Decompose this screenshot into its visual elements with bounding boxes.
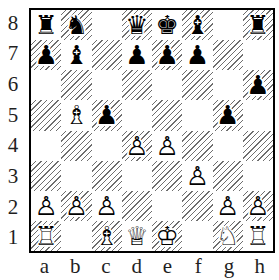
piece-glyph: ♙ (152, 131, 182, 161)
piece-black-pawn[interactable]: ♟♟ (92, 100, 122, 130)
square-d2[interactable] (122, 191, 152, 221)
file-label-g: g (214, 254, 245, 278)
piece-black-knight[interactable]: ♞♞ (61, 10, 91, 40)
square-e1[interactable]: ♚♔ (152, 221, 182, 251)
square-g4[interactable] (213, 131, 243, 161)
file-label-c: c (91, 254, 122, 278)
square-g7[interactable] (213, 40, 243, 70)
square-h2[interactable]: ♟♙ (243, 191, 273, 221)
piece-glyph: ♚ (152, 10, 182, 40)
piece-white-king[interactable]: ♚♔ (152, 221, 182, 251)
piece-white-queen[interactable]: ♛♕ (122, 221, 152, 251)
piece-glyph: ♟ (213, 100, 243, 130)
square-e5[interactable] (152, 100, 182, 130)
piece-glyph: ♗ (61, 100, 91, 130)
square-b6[interactable] (61, 70, 91, 100)
square-g6[interactable] (213, 70, 243, 100)
piece-glyph: ♟ (152, 40, 182, 70)
square-c1[interactable]: ♝♗ (92, 221, 122, 251)
piece-glyph: ♛ (122, 10, 152, 40)
piece-black-pawn[interactable]: ♟♟ (182, 40, 212, 70)
piece-glyph: ♝ (182, 10, 212, 40)
square-c7[interactable] (92, 40, 122, 70)
file-labels: abcdefgh (29, 254, 275, 278)
piece-glyph: ♕ (122, 221, 152, 251)
piece-glyph: ♙ (243, 191, 273, 221)
square-f4[interactable] (182, 131, 212, 161)
piece-black-queen[interactable]: ♛♛ (122, 10, 152, 40)
square-b4[interactable] (61, 131, 91, 161)
square-a4[interactable] (31, 131, 61, 161)
piece-glyph: ♟ (92, 100, 122, 130)
piece-glyph: ♙ (61, 191, 91, 221)
square-e2[interactable] (152, 191, 182, 221)
piece-black-pawn[interactable]: ♟♟ (31, 40, 61, 70)
piece-black-pawn[interactable]: ♟♟ (122, 40, 152, 70)
file-label-b: b (60, 254, 91, 278)
piece-black-pawn[interactable]: ♟♟ (243, 70, 273, 100)
square-h1[interactable]: ♜♖ (243, 221, 273, 251)
piece-white-pawn[interactable]: ♟♙ (122, 131, 152, 161)
square-h4[interactable] (243, 131, 273, 161)
square-a2[interactable]: ♟♙ (31, 191, 61, 221)
square-a3[interactable] (31, 161, 61, 191)
rank-label-8: 8 (0, 8, 26, 39)
square-a1[interactable]: ♜♖ (31, 221, 61, 251)
square-c3[interactable] (92, 161, 122, 191)
square-d6[interactable] (122, 70, 152, 100)
square-d5[interactable] (122, 100, 152, 130)
piece-glyph: ♜ (243, 10, 273, 40)
piece-black-rook[interactable]: ♜♜ (31, 10, 61, 40)
square-h8[interactable]: ♜♜ (243, 10, 273, 40)
square-g1[interactable]: ♞♘ (213, 221, 243, 251)
piece-white-pawn[interactable]: ♟♙ (61, 191, 91, 221)
square-h5[interactable] (243, 100, 273, 130)
piece-glyph: ♖ (31, 221, 61, 251)
square-c5[interactable]: ♟♟ (92, 100, 122, 130)
square-f5[interactable] (182, 100, 212, 130)
rank-labels: 87654321 (0, 8, 26, 253)
piece-glyph: ♟ (31, 40, 61, 70)
square-f3[interactable]: ♟♙ (182, 161, 212, 191)
square-c4[interactable] (92, 131, 122, 161)
piece-glyph: ♘ (213, 221, 243, 251)
file-label-h: h (244, 254, 275, 278)
piece-white-bishop[interactable]: ♝♗ (92, 221, 122, 251)
piece-white-pawn[interactable]: ♟♙ (92, 191, 122, 221)
piece-white-pawn[interactable]: ♟♙ (152, 131, 182, 161)
square-e7[interactable]: ♟♟ (152, 40, 182, 70)
piece-glyph: ♜ (31, 10, 61, 40)
square-d3[interactable] (122, 161, 152, 191)
square-c2[interactable]: ♟♙ (92, 191, 122, 221)
chess-diagram: 87654321 ♜♜♞♞♛♛♚♚♝♝♜♜♟♟♝♝♟♟♟♟♟♟♟♟♝♗♟♟♟♟♟… (0, 0, 279, 280)
rank-label-2: 2 (0, 192, 26, 223)
piece-black-bishop[interactable]: ♝♝ (61, 40, 91, 70)
square-b8[interactable]: ♞♞ (61, 10, 91, 40)
square-d1[interactable]: ♛♕ (122, 221, 152, 251)
square-h6[interactable]: ♟♟ (243, 70, 273, 100)
square-b1[interactable] (61, 221, 91, 251)
square-f6[interactable] (182, 70, 212, 100)
square-b3[interactable] (61, 161, 91, 191)
rank-label-7: 7 (0, 39, 26, 70)
square-f2[interactable] (182, 191, 212, 221)
file-label-a: a (29, 254, 60, 278)
piece-glyph: ♟ (243, 70, 273, 100)
piece-glyph: ♖ (243, 221, 273, 251)
piece-white-rook[interactable]: ♜♖ (31, 221, 61, 251)
piece-white-pawn[interactable]: ♟♙ (182, 161, 212, 191)
square-h3[interactable] (243, 161, 273, 191)
file-label-e: e (152, 254, 183, 278)
square-g2[interactable]: ♟♙ (213, 191, 243, 221)
piece-white-pawn[interactable]: ♟♙ (213, 191, 243, 221)
piece-white-knight[interactable]: ♞♘ (213, 221, 243, 251)
piece-white-pawn[interactable]: ♟♙ (243, 191, 273, 221)
piece-glyph: ♝ (61, 40, 91, 70)
piece-black-pawn[interactable]: ♟♟ (152, 40, 182, 70)
square-d4[interactable]: ♟♙ (122, 131, 152, 161)
square-f8[interactable]: ♝♝ (182, 10, 212, 40)
square-d7[interactable]: ♟♟ (122, 40, 152, 70)
file-label-d: d (121, 254, 152, 278)
piece-glyph: ♟ (182, 40, 212, 70)
square-b7[interactable]: ♝♝ (61, 40, 91, 70)
rank-label-5: 5 (0, 100, 26, 131)
rank-label-4: 4 (0, 131, 26, 162)
square-b5[interactable]: ♝♗ (61, 100, 91, 130)
square-e6[interactable] (152, 70, 182, 100)
square-g5[interactable]: ♟♟ (213, 100, 243, 130)
square-a6[interactable] (31, 70, 61, 100)
piece-white-bishop[interactable]: ♝♗ (61, 100, 91, 130)
square-c8[interactable] (92, 10, 122, 40)
piece-white-rook[interactable]: ♜♖ (243, 221, 273, 251)
piece-glyph: ♞ (61, 10, 91, 40)
square-f7[interactable]: ♟♟ (182, 40, 212, 70)
square-d8[interactable]: ♛♛ (122, 10, 152, 40)
piece-glyph: ♙ (213, 191, 243, 221)
chess-board[interactable]: ♜♜♞♞♛♛♚♚♝♝♜♜♟♟♝♝♟♟♟♟♟♟♟♟♝♗♟♟♟♟♟♙♟♙♟♙♟♙♟♙… (29, 8, 275, 253)
piece-black-pawn[interactable]: ♟♟ (213, 100, 243, 130)
piece-black-bishop[interactable]: ♝♝ (182, 10, 212, 40)
square-c6[interactable] (92, 70, 122, 100)
piece-glyph: ♗ (92, 221, 122, 251)
square-g8[interactable] (213, 10, 243, 40)
piece-glyph: ♙ (92, 191, 122, 221)
file-label-f: f (183, 254, 214, 278)
piece-glyph: ♙ (31, 191, 61, 221)
piece-black-king[interactable]: ♚♚ (152, 10, 182, 40)
square-a7[interactable]: ♟♟ (31, 40, 61, 70)
piece-glyph: ♔ (152, 221, 182, 251)
square-f1[interactable] (182, 221, 212, 251)
rank-label-6: 6 (0, 69, 26, 100)
square-b2[interactable]: ♟♙ (61, 191, 91, 221)
piece-glyph: ♙ (182, 161, 212, 191)
square-h7[interactable] (243, 40, 273, 70)
piece-glyph: ♟ (122, 40, 152, 70)
square-a8[interactable]: ♜♜ (31, 10, 61, 40)
square-e8[interactable]: ♚♚ (152, 10, 182, 40)
square-e4[interactable]: ♟♙ (152, 131, 182, 161)
rank-label-3: 3 (0, 161, 26, 192)
rank-label-1: 1 (0, 222, 26, 253)
piece-white-pawn[interactable]: ♟♙ (31, 191, 61, 221)
piece-glyph: ♙ (122, 131, 152, 161)
square-g3[interactable] (213, 161, 243, 191)
piece-black-rook[interactable]: ♜♜ (243, 10, 273, 40)
square-a5[interactable] (31, 100, 61, 130)
square-e3[interactable] (152, 161, 182, 191)
